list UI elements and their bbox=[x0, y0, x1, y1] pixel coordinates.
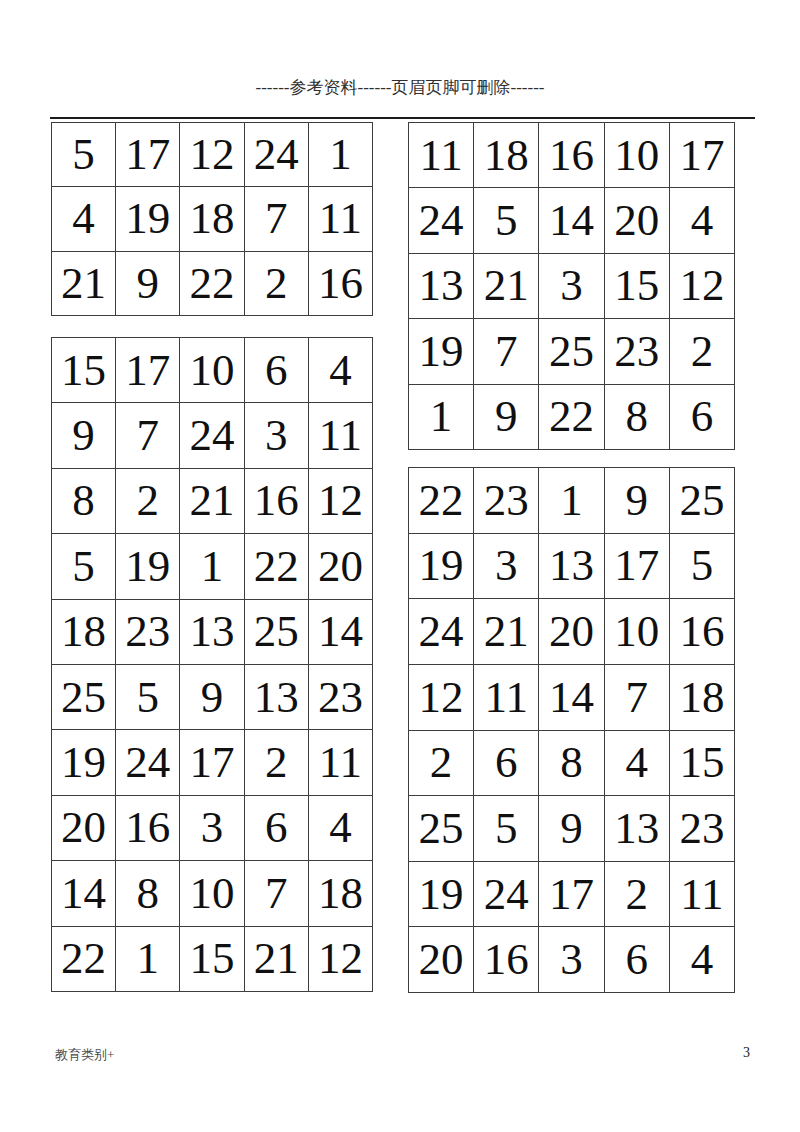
grid-cell: 4 bbox=[670, 927, 735, 993]
grid-cell: 7 bbox=[605, 665, 670, 731]
grid-cell: 2 bbox=[245, 730, 309, 795]
grid-cell: 1 bbox=[539, 468, 604, 534]
grid-cell: 24 bbox=[474, 862, 539, 928]
grid-cell: 17 bbox=[539, 862, 604, 928]
grid-cell: 20 bbox=[539, 599, 604, 665]
grid-cell: 24 bbox=[409, 188, 474, 253]
grid-cell: 2 bbox=[670, 319, 735, 384]
grid-cell: 8 bbox=[605, 385, 670, 450]
grid-cell: 9 bbox=[180, 665, 244, 730]
grid-cell: 12 bbox=[180, 123, 244, 187]
grid-cell: 23 bbox=[116, 600, 180, 665]
grid-cell: 1 bbox=[409, 385, 474, 450]
grid-cell: 6 bbox=[245, 338, 309, 403]
grid-cell: 23 bbox=[605, 319, 670, 384]
grid-cell: 5 bbox=[52, 123, 116, 187]
grid-cell: 20 bbox=[309, 534, 373, 599]
grid-cell: 20 bbox=[605, 188, 670, 253]
grid-cell: 5 bbox=[116, 665, 180, 730]
grid-cell: 1 bbox=[309, 123, 373, 187]
grid-cell: 18 bbox=[180, 187, 244, 251]
grid-cell: 12 bbox=[309, 469, 373, 534]
grid-cell: 9 bbox=[52, 403, 116, 468]
grid-cell: 11 bbox=[309, 403, 373, 468]
grid-cell: 7 bbox=[474, 319, 539, 384]
grid-cell: 19 bbox=[116, 534, 180, 599]
grid-cell: 17 bbox=[116, 338, 180, 403]
grid-cell: 22 bbox=[409, 468, 474, 534]
grid-cell: 18 bbox=[52, 600, 116, 665]
grid-cell: 23 bbox=[474, 468, 539, 534]
grid-cell: 15 bbox=[52, 338, 116, 403]
grid-cell: 3 bbox=[245, 403, 309, 468]
grid-cell: 10 bbox=[180, 861, 244, 926]
grid-cell: 5 bbox=[474, 188, 539, 253]
grid-cell: 17 bbox=[180, 730, 244, 795]
grid-cell: 11 bbox=[309, 730, 373, 795]
grid-cell: 22 bbox=[539, 385, 604, 450]
grid-cell: 7 bbox=[116, 403, 180, 468]
grid-cell: 6 bbox=[474, 731, 539, 797]
grid-cell: 11 bbox=[474, 665, 539, 731]
grid-cell: 13 bbox=[180, 600, 244, 665]
grid-cell: 4 bbox=[605, 731, 670, 797]
grid-cell: 14 bbox=[539, 665, 604, 731]
grid-cell: 21 bbox=[180, 469, 244, 534]
worksheet-page: { "game": "schulte-table-number-grid-wor… bbox=[0, 0, 800, 1132]
grid-cell: 23 bbox=[670, 796, 735, 862]
grid-cell: 24 bbox=[116, 730, 180, 795]
grid-cell: 6 bbox=[245, 796, 309, 861]
grid-cell: 19 bbox=[409, 319, 474, 384]
grid-cell: 9 bbox=[605, 468, 670, 534]
grid-cell: 18 bbox=[309, 861, 373, 926]
grid-cell: 10 bbox=[605, 599, 670, 665]
schulte-grid-bottom-right: 2223192519313175242120101612111471826841… bbox=[408, 467, 735, 993]
grid-cell: 19 bbox=[116, 187, 180, 251]
grid-cell: 5 bbox=[670, 534, 735, 600]
grid-cell: 24 bbox=[245, 123, 309, 187]
grid-cell: 24 bbox=[180, 403, 244, 468]
grid-cell: 13 bbox=[409, 254, 474, 319]
grid-cell: 5 bbox=[52, 534, 116, 599]
grid-cell: 1 bbox=[116, 927, 180, 992]
grid-cell: 21 bbox=[474, 599, 539, 665]
grid-cell: 22 bbox=[180, 252, 244, 316]
grid-cell: 10 bbox=[605, 123, 670, 188]
grid-cell: 2 bbox=[245, 252, 309, 316]
grid-cell: 19 bbox=[409, 862, 474, 928]
grid-cell: 20 bbox=[409, 927, 474, 993]
grid-cell: 9 bbox=[116, 252, 180, 316]
grid-cell: 21 bbox=[245, 927, 309, 992]
grid-cell: 13 bbox=[539, 534, 604, 600]
grid-cell: 17 bbox=[605, 534, 670, 600]
grid-cell: 25 bbox=[52, 665, 116, 730]
grid-cell: 5 bbox=[474, 796, 539, 862]
grid-cell: 14 bbox=[539, 188, 604, 253]
grid-cell: 7 bbox=[245, 187, 309, 251]
grid-cell: 18 bbox=[474, 123, 539, 188]
grid-cell: 24 bbox=[409, 599, 474, 665]
grid-cell: 8 bbox=[539, 731, 604, 797]
grid-cell: 2 bbox=[116, 469, 180, 534]
grid-cell: 19 bbox=[409, 534, 474, 600]
grid-cell: 25 bbox=[245, 600, 309, 665]
grid-cell: 23 bbox=[309, 665, 373, 730]
grid-cell: 11 bbox=[409, 123, 474, 188]
grid-cell: 15 bbox=[605, 254, 670, 319]
grid-cell: 13 bbox=[245, 665, 309, 730]
grid-cell: 3 bbox=[474, 534, 539, 600]
grid-cell: 14 bbox=[52, 861, 116, 926]
grid-cell: 16 bbox=[245, 469, 309, 534]
grid-cell: 25 bbox=[670, 468, 735, 534]
grid-cell: 17 bbox=[116, 123, 180, 187]
page-header-text: ------参考资料------页眉页脚可删除------ bbox=[0, 76, 800, 99]
grid-cell: 15 bbox=[670, 731, 735, 797]
grid-cell: 12 bbox=[670, 254, 735, 319]
grid-cell: 18 bbox=[670, 665, 735, 731]
grid-cell: 12 bbox=[409, 665, 474, 731]
grid-cell: 22 bbox=[245, 534, 309, 599]
grid-cell: 14 bbox=[309, 600, 373, 665]
grid-cell: 22 bbox=[52, 927, 116, 992]
grid-cell: 4 bbox=[52, 187, 116, 251]
grid-cell: 17 bbox=[670, 123, 735, 188]
grid-cell: 7 bbox=[245, 861, 309, 926]
grid-cell: 16 bbox=[670, 599, 735, 665]
grid-cell: 3 bbox=[539, 254, 604, 319]
grid-cell: 2 bbox=[605, 862, 670, 928]
grid-cell: 2 bbox=[409, 731, 474, 797]
grid-cell: 4 bbox=[309, 796, 373, 861]
grid-cell: 6 bbox=[605, 927, 670, 993]
footer-page-number: 3 bbox=[743, 1045, 750, 1061]
schulte-grid-top-left: 517122414191871121922216 bbox=[51, 122, 373, 316]
schulte-grid-top-right: 1118161017245142041321315121972523219228… bbox=[408, 122, 735, 450]
grid-cell: 15 bbox=[180, 927, 244, 992]
schulte-grid-bottom-left: 1517106497243118221161251912220182313251… bbox=[51, 337, 373, 992]
footer-category-text: 教育类别+ bbox=[55, 1046, 114, 1064]
grid-cell: 9 bbox=[539, 796, 604, 862]
grid-cell: 8 bbox=[52, 469, 116, 534]
grid-cell: 11 bbox=[670, 862, 735, 928]
grid-cell: 16 bbox=[539, 123, 604, 188]
grid-cell: 6 bbox=[670, 385, 735, 450]
grid-cell: 1 bbox=[180, 534, 244, 599]
grid-cell: 21 bbox=[474, 254, 539, 319]
grid-cell: 13 bbox=[605, 796, 670, 862]
grid-cell: 8 bbox=[116, 861, 180, 926]
grid-cell: 4 bbox=[670, 188, 735, 253]
grid-cell: 4 bbox=[309, 338, 373, 403]
grid-cell: 9 bbox=[474, 385, 539, 450]
grid-cell: 21 bbox=[52, 252, 116, 316]
grid-cell: 25 bbox=[539, 319, 604, 384]
grid-cell: 20 bbox=[52, 796, 116, 861]
grid-cell: 12 bbox=[309, 927, 373, 992]
grid-cell: 3 bbox=[180, 796, 244, 861]
grid-cell: 16 bbox=[116, 796, 180, 861]
grid-cell: 10 bbox=[180, 338, 244, 403]
grid-cell: 16 bbox=[474, 927, 539, 993]
grid-cell: 19 bbox=[52, 730, 116, 795]
grid-cell: 11 bbox=[309, 187, 373, 251]
header-rule bbox=[50, 117, 755, 119]
grid-cell: 3 bbox=[539, 927, 604, 993]
grid-cell: 25 bbox=[409, 796, 474, 862]
grid-cell: 16 bbox=[309, 252, 373, 316]
